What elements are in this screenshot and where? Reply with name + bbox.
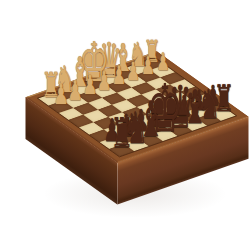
product-photo: ♜♞♝♚♛♝♞♜♟♟♟♟♟♟♟♟♟♟♟♟♟♟♟♟♜♞♝♚♛♝♞♜ <box>0 0 250 250</box>
